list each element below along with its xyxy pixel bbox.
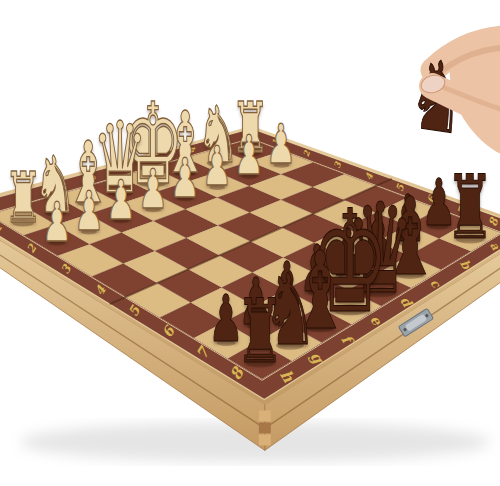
hand-with-piece: ♞ [0,0,500,486]
chess-set-photo: 1122334455667788hhggffeeddccbbaa ♜♞♝♚♛♝♞… [0,0,500,486]
hand: ♞ [402,31,500,158]
